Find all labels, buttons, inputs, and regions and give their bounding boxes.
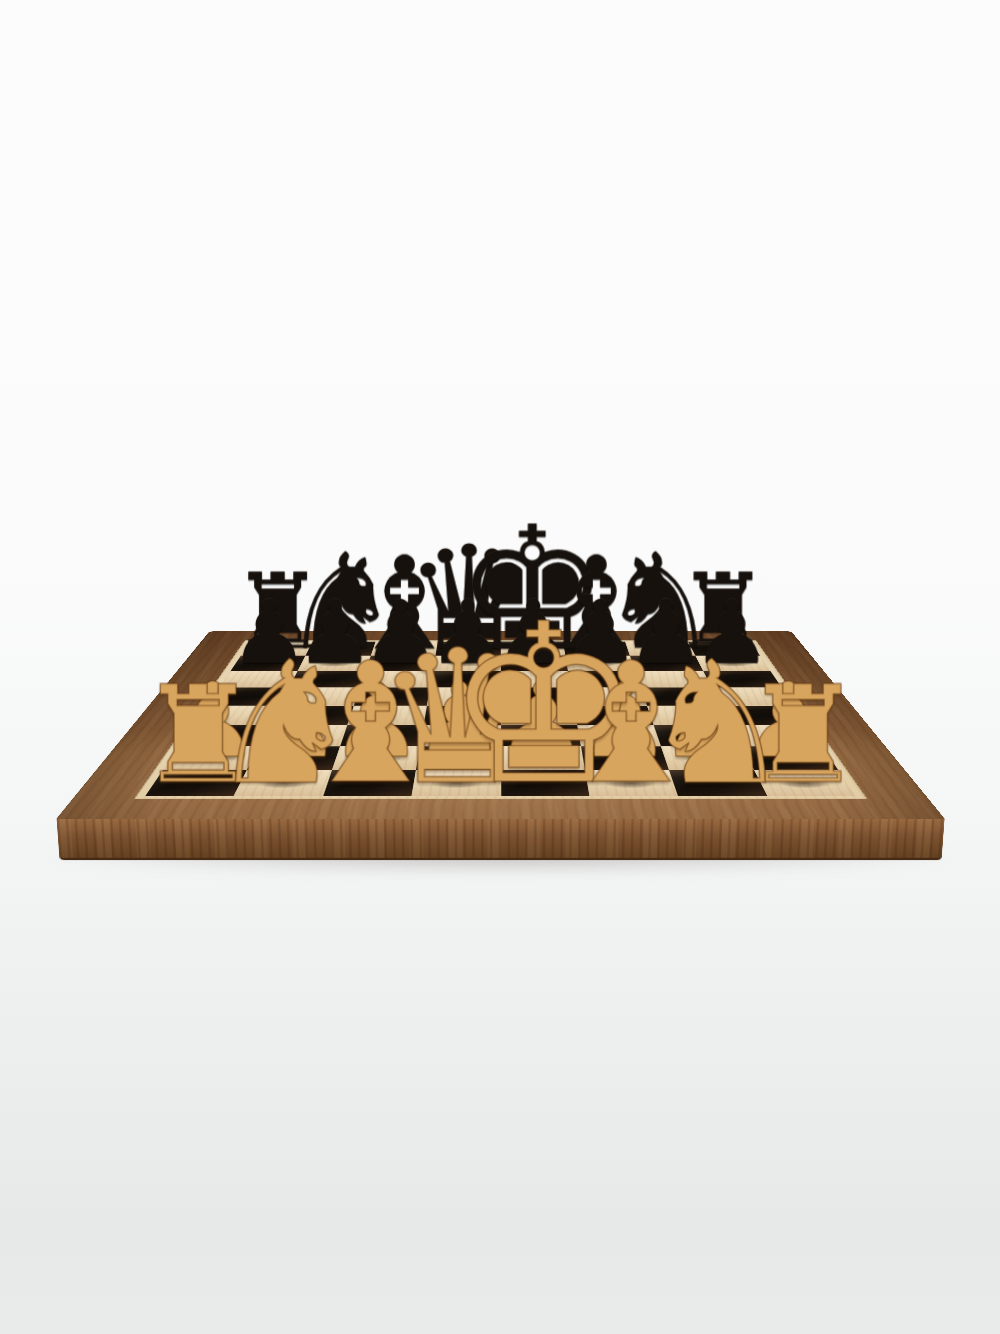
chess-board: ♜♞♝♛♚♝♞♜♟♟♟♟♟♟♟♟♟♟♟♟♟♟♟♟♜♞♝♛♚♝♞♜ [56, 631, 944, 818]
white-rook-glyph: ♜ [743, 668, 864, 802]
chess-set-photo-scene: ♜♞♝♛♚♝♞♜♟♟♟♟♟♟♟♟♟♟♟♟♟♟♟♟♜♞♝♛♚♝♞♜ [0, 0, 1000, 1334]
square-h1[interactable]: ♜ [753, 769, 855, 795]
board-maple-frame: ♜♞♝♛♚♝♞♜♟♟♟♟♟♟♟♟♟♟♟♟♟♟♟♟♜♞♝♛♚♝♞♜ [133, 640, 867, 798]
board-squares-grid: ♜♞♝♛♚♝♞♜♟♟♟♟♟♟♟♟♟♟♟♟♟♟♟♟♜♞♝♛♚♝♞♜ [145, 641, 856, 795]
board-perspective-wrap: ♜♞♝♛♚♝♞♜♟♟♟♟♟♟♟♟♟♟♟♟♟♟♟♟♜♞♝♛♚♝♞♜ [0, 0, 1000, 1334]
board-front-edge [56, 818, 944, 860]
